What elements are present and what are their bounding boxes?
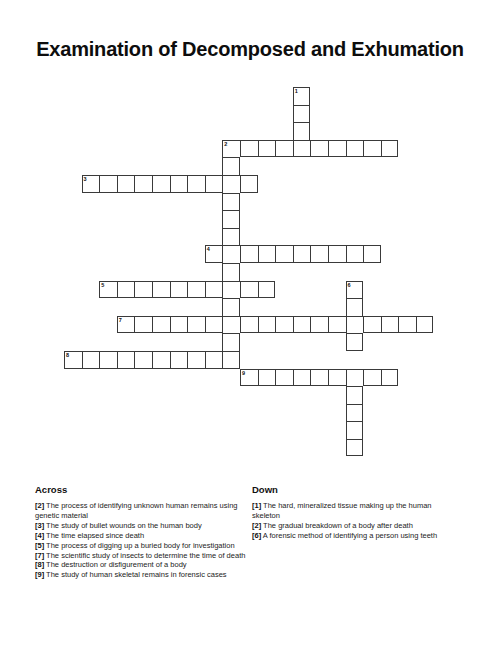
void-cell (258, 333, 276, 351)
void-cell (258, 105, 276, 123)
grid-cell[interactable] (310, 369, 328, 387)
void-cell (187, 87, 205, 105)
void-cell (381, 193, 399, 211)
void-cell (187, 369, 205, 387)
across-clue-4: [4] The time elapsed since death (35, 531, 251, 541)
crossword-grid: 123456789 (64, 87, 433, 456)
void-cell (205, 386, 223, 404)
grid-cell[interactable]: 5 (99, 281, 117, 299)
void-cell (99, 369, 117, 387)
void-cell (275, 263, 293, 281)
grid-cell[interactable] (293, 140, 311, 158)
void-cell (170, 263, 188, 281)
void-cell (134, 263, 152, 281)
grid-cell[interactable] (310, 316, 328, 334)
void-cell (258, 421, 276, 439)
void-cell (293, 263, 311, 281)
grid-cell[interactable] (328, 369, 346, 387)
void-cell (328, 157, 346, 175)
grid-cell[interactable] (275, 245, 293, 263)
void-cell (117, 404, 135, 422)
void-cell (398, 333, 416, 351)
void-cell (117, 439, 135, 457)
void-cell (416, 87, 434, 105)
grid-cell[interactable] (205, 175, 223, 193)
void-cell (222, 87, 240, 105)
void-cell (293, 175, 311, 193)
grid-cell[interactable] (170, 316, 188, 334)
void-cell (152, 140, 170, 158)
grid-cell[interactable] (134, 281, 152, 299)
grid-cell[interactable] (205, 351, 223, 369)
void-cell (416, 193, 434, 211)
grid-cell[interactable] (222, 298, 240, 316)
void-cell (346, 193, 364, 211)
void-cell (398, 298, 416, 316)
grid-cell[interactable] (293, 122, 311, 140)
void-cell (240, 157, 258, 175)
void-cell (187, 140, 205, 158)
void-cell (398, 140, 416, 158)
void-cell (240, 228, 258, 246)
void-cell (381, 175, 399, 193)
void-cell (99, 87, 117, 105)
void-cell (99, 140, 117, 158)
grid-cell[interactable] (134, 316, 152, 334)
void-cell (293, 210, 311, 228)
void-cell (222, 439, 240, 457)
void-cell (293, 421, 311, 439)
grid-cell[interactable] (275, 140, 293, 158)
void-cell (328, 228, 346, 246)
across-clue-5: [5] The process of digging up a buried b… (35, 541, 251, 551)
grid-cell[interactable] (170, 351, 188, 369)
void-cell (205, 140, 223, 158)
grid-cell[interactable] (346, 333, 364, 351)
grid-cell[interactable] (346, 369, 364, 387)
grid-cell[interactable] (363, 316, 381, 334)
void-cell (152, 386, 170, 404)
grid-cell[interactable] (258, 281, 276, 299)
grid-cell[interactable] (187, 281, 205, 299)
void-cell (82, 263, 100, 281)
grid-cell[interactable] (99, 351, 117, 369)
void-cell (82, 105, 100, 123)
void-cell (240, 105, 258, 123)
void-cell (363, 298, 381, 316)
void-cell (117, 421, 135, 439)
grid-cell[interactable] (328, 140, 346, 158)
grid-cell[interactable]: 6 (346, 281, 364, 299)
grid-cell[interactable] (293, 105, 311, 123)
void-cell (293, 157, 311, 175)
void-cell (381, 298, 399, 316)
down-clue-2: [2] The gradual breakdown of a body afte… (252, 521, 454, 531)
clue-number-label: [2] (252, 521, 261, 530)
cell-number: 6 (348, 282, 351, 289)
grid-cell[interactable] (205, 281, 223, 299)
grid-cell[interactable] (258, 140, 276, 158)
grid-cell[interactable] (293, 245, 311, 263)
void-cell (310, 210, 328, 228)
void-cell (170, 439, 188, 457)
void-cell (275, 228, 293, 246)
void-cell (82, 210, 100, 228)
clue-number-label: [4] (35, 531, 44, 540)
void-cell (64, 140, 82, 158)
grid-cell[interactable]: 3 (82, 175, 100, 193)
grid-cell[interactable] (222, 228, 240, 246)
void-cell (381, 421, 399, 439)
void-cell (346, 228, 364, 246)
void-cell (134, 140, 152, 158)
void-cell (310, 351, 328, 369)
void-cell (117, 193, 135, 211)
void-cell (170, 157, 188, 175)
grid-cell[interactable] (381, 316, 399, 334)
down-clues-section: Down [1] The hard, mineralized tissue ma… (252, 484, 454, 541)
void-cell (328, 87, 346, 105)
void-cell (363, 157, 381, 175)
void-cell (117, 333, 135, 351)
grid-cell[interactable] (187, 351, 205, 369)
grid-cell[interactable] (328, 316, 346, 334)
grid-cell[interactable] (222, 157, 240, 175)
grid-cell[interactable]: 7 (117, 316, 135, 334)
void-cell (222, 369, 240, 387)
void-cell (117, 87, 135, 105)
void-cell (346, 87, 364, 105)
void-cell (363, 333, 381, 351)
void-cell (363, 281, 381, 299)
void-cell (398, 105, 416, 123)
grid-cell[interactable] (222, 193, 240, 211)
void-cell (398, 263, 416, 281)
void-cell (82, 245, 100, 263)
grid-cell[interactable] (258, 369, 276, 387)
void-cell (310, 404, 328, 422)
void-cell (134, 210, 152, 228)
void-cell (258, 157, 276, 175)
void-cell (416, 122, 434, 140)
grid-cell[interactable] (117, 175, 135, 193)
void-cell (416, 140, 434, 158)
grid-cell[interactable] (170, 175, 188, 193)
void-cell (258, 351, 276, 369)
grid-cell[interactable] (240, 281, 258, 299)
void-cell (152, 105, 170, 123)
grid-cell[interactable]: 2 (222, 140, 240, 158)
void-cell (363, 105, 381, 123)
void-cell (398, 404, 416, 422)
void-cell (222, 122, 240, 140)
void-cell (240, 421, 258, 439)
cell-number: 1 (295, 88, 298, 95)
grid-cell[interactable] (346, 386, 364, 404)
grid-cell[interactable] (170, 281, 188, 299)
void-cell (82, 369, 100, 387)
void-cell (205, 439, 223, 457)
void-cell (222, 386, 240, 404)
grid-cell[interactable] (381, 369, 399, 387)
grid-cell[interactable] (222, 175, 240, 193)
grid-cell[interactable] (310, 245, 328, 263)
grid-cell[interactable] (240, 316, 258, 334)
grid-cell[interactable] (346, 316, 364, 334)
void-cell (205, 193, 223, 211)
void-cell (363, 210, 381, 228)
void-cell (99, 193, 117, 211)
void-cell (363, 386, 381, 404)
grid-cell[interactable]: 4 (205, 245, 223, 263)
void-cell (381, 333, 399, 351)
void-cell (82, 421, 100, 439)
grid-cell[interactable] (346, 140, 364, 158)
void-cell (82, 193, 100, 211)
grid-cell[interactable]: 1 (293, 87, 311, 105)
grid-cell[interactable] (398, 316, 416, 334)
void-cell (398, 421, 416, 439)
grid-cell[interactable] (99, 175, 117, 193)
void-cell (205, 210, 223, 228)
grid-cell[interactable] (187, 175, 205, 193)
void-cell (64, 263, 82, 281)
void-cell (222, 421, 240, 439)
void-cell (222, 404, 240, 422)
grid-cell[interactable]: 9 (240, 369, 258, 387)
void-cell (170, 105, 188, 123)
grid-cell[interactable] (328, 245, 346, 263)
grid-cell[interactable] (363, 245, 381, 263)
cell-number: 9 (242, 370, 245, 377)
void-cell (240, 122, 258, 140)
void-cell (152, 157, 170, 175)
void-cell (293, 351, 311, 369)
void-cell (170, 210, 188, 228)
void-cell (275, 87, 293, 105)
void-cell (416, 175, 434, 193)
void-cell (117, 210, 135, 228)
grid-cell[interactable] (222, 245, 240, 263)
grid-cell[interactable] (222, 351, 240, 369)
void-cell (328, 351, 346, 369)
void-cell (134, 421, 152, 439)
void-cell (99, 421, 117, 439)
void-cell (293, 193, 311, 211)
grid-cell[interactable] (310, 140, 328, 158)
void-cell (346, 122, 364, 140)
void-cell (152, 193, 170, 211)
void-cell (258, 404, 276, 422)
void-cell (381, 245, 399, 263)
grid-cell[interactable] (346, 298, 364, 316)
void-cell (240, 333, 258, 351)
void-cell (170, 228, 188, 246)
void-cell (275, 386, 293, 404)
grid-cell[interactable] (152, 351, 170, 369)
void-cell (381, 228, 399, 246)
void-cell (64, 316, 82, 334)
void-cell (398, 281, 416, 299)
across-clue-3: [3] The study of bullet wounds on the hu… (35, 521, 251, 531)
void-cell (416, 245, 434, 263)
grid-cell[interactable] (363, 140, 381, 158)
void-cell (64, 333, 82, 351)
grid-cell[interactable] (117, 281, 135, 299)
void-cell (152, 298, 170, 316)
void-cell (152, 122, 170, 140)
grid-cell[interactable] (293, 316, 311, 334)
grid-cell[interactable] (275, 369, 293, 387)
grid-cell[interactable] (134, 175, 152, 193)
grid-cell[interactable] (346, 245, 364, 263)
void-cell (205, 87, 223, 105)
grid-cell[interactable] (293, 369, 311, 387)
void-cell (240, 386, 258, 404)
void-cell (64, 105, 82, 123)
void-cell (275, 439, 293, 457)
grid-cell[interactable] (240, 245, 258, 263)
grid-cell[interactable] (134, 351, 152, 369)
grid-cell[interactable] (346, 404, 364, 422)
void-cell (363, 439, 381, 457)
void-cell (398, 369, 416, 387)
void-cell (64, 157, 82, 175)
clue-number-label: [8] (35, 560, 44, 569)
grid-cell[interactable] (222, 210, 240, 228)
void-cell (416, 369, 434, 387)
void-cell (82, 439, 100, 457)
void-cell (416, 386, 434, 404)
grid-cell[interactable] (222, 281, 240, 299)
grid-cell[interactable] (363, 369, 381, 387)
void-cell (416, 263, 434, 281)
void-cell (117, 105, 135, 123)
void-cell (82, 140, 100, 158)
void-cell (64, 369, 82, 387)
void-cell (416, 439, 434, 457)
grid-cell[interactable] (258, 316, 276, 334)
grid-cell[interactable] (187, 316, 205, 334)
void-cell (187, 122, 205, 140)
void-cell (134, 87, 152, 105)
void-cell (416, 228, 434, 246)
grid-cell[interactable] (240, 140, 258, 158)
void-cell (293, 439, 311, 457)
void-cell (293, 404, 311, 422)
void-cell (310, 157, 328, 175)
grid-cell[interactable] (346, 439, 364, 457)
void-cell (240, 298, 258, 316)
void-cell (363, 175, 381, 193)
void-cell (293, 298, 311, 316)
void-cell (82, 298, 100, 316)
clue-number-label: [5] (35, 541, 44, 550)
void-cell (99, 122, 117, 140)
grid-cell[interactable] (205, 316, 223, 334)
void-cell (170, 122, 188, 140)
grid-cell[interactable] (381, 140, 399, 158)
void-cell (187, 245, 205, 263)
clue-number-label: [1] (252, 501, 261, 510)
void-cell (64, 228, 82, 246)
grid-cell[interactable] (416, 316, 434, 334)
grid-cell[interactable]: 8 (64, 351, 82, 369)
void-cell (99, 228, 117, 246)
void-cell (64, 439, 82, 457)
void-cell (398, 87, 416, 105)
void-cell (187, 263, 205, 281)
puzzle-title: Examination of Decomposed and Exhumation (0, 38, 500, 61)
void-cell (275, 105, 293, 123)
grid-cell[interactable] (117, 351, 135, 369)
grid-cell[interactable] (222, 263, 240, 281)
void-cell (64, 245, 82, 263)
void-cell (170, 333, 188, 351)
void-cell (328, 404, 346, 422)
void-cell (117, 263, 135, 281)
grid-cell[interactable] (240, 175, 258, 193)
grid-cell[interactable] (222, 316, 240, 334)
void-cell (99, 386, 117, 404)
void-cell (117, 245, 135, 263)
void-cell (99, 316, 117, 334)
void-cell (82, 404, 100, 422)
void-cell (275, 298, 293, 316)
void-cell (398, 439, 416, 457)
void-cell (381, 263, 399, 281)
void-cell (205, 263, 223, 281)
void-cell (117, 298, 135, 316)
grid-cell[interactable] (275, 316, 293, 334)
void-cell (99, 245, 117, 263)
void-cell (187, 105, 205, 123)
void-cell (363, 122, 381, 140)
void-cell (134, 439, 152, 457)
grid-cell[interactable] (346, 421, 364, 439)
void-cell (187, 404, 205, 422)
void-cell (381, 105, 399, 123)
void-cell (99, 333, 117, 351)
void-cell (117, 386, 135, 404)
void-cell (275, 351, 293, 369)
void-cell (134, 298, 152, 316)
void-cell (310, 298, 328, 316)
clue-number-label: [3] (35, 521, 44, 530)
void-cell (117, 140, 135, 158)
down-clue-6: [6] A forensic method of identifying a p… (252, 531, 454, 541)
void-cell (328, 298, 346, 316)
void-cell (170, 369, 188, 387)
void-cell (328, 263, 346, 281)
void-cell (328, 439, 346, 457)
grid-cell[interactable] (152, 281, 170, 299)
grid-cell[interactable] (222, 333, 240, 351)
grid-cell[interactable] (152, 175, 170, 193)
clue-number-label: [2] (35, 501, 44, 510)
void-cell (64, 386, 82, 404)
grid-cell[interactable] (152, 316, 170, 334)
void-cell (99, 404, 117, 422)
void-cell (152, 421, 170, 439)
grid-cell[interactable] (82, 351, 100, 369)
void-cell (117, 369, 135, 387)
void-cell (310, 175, 328, 193)
grid-cell[interactable] (258, 245, 276, 263)
void-cell (134, 369, 152, 387)
void-cell (275, 157, 293, 175)
void-cell (416, 351, 434, 369)
